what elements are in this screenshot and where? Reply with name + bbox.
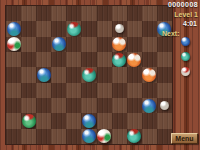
marble-white-orange[interactable]	[127, 53, 141, 67]
board-cell[interactable]	[157, 52, 172, 67]
board-cell[interactable]	[51, 98, 66, 113]
board-cell[interactable]	[81, 98, 96, 113]
board-cell[interactable]	[97, 98, 112, 113]
board-cell[interactable]	[127, 37, 142, 52]
board-cell[interactable]	[112, 52, 127, 67]
score-display: 0000008	[168, 1, 198, 9]
board-cell[interactable]	[6, 98, 21, 113]
board-cell[interactable]	[112, 113, 127, 128]
next-label: Next:	[162, 30, 180, 38]
board-cell[interactable]	[6, 67, 21, 82]
board-cell[interactable]	[36, 52, 51, 67]
board-cell[interactable]	[66, 52, 81, 67]
board-cell[interactable]	[97, 37, 112, 52]
board-cell[interactable]	[36, 98, 51, 113]
marble-small[interactable]	[160, 101, 169, 110]
marble-blue[interactable]	[7, 22, 21, 36]
board-cell[interactable]	[142, 129, 157, 144]
board-cell[interactable]	[112, 21, 127, 36]
board-cell[interactable]	[157, 83, 172, 98]
board-cell[interactable]	[112, 6, 127, 21]
board-cell[interactable]	[36, 37, 51, 52]
board-cell[interactable]	[127, 67, 142, 82]
board-cell[interactable]	[21, 83, 36, 98]
marble-teal[interactable]	[67, 22, 81, 36]
marble-blue[interactable]	[37, 68, 51, 82]
marble-blue[interactable]	[52, 37, 66, 51]
board-cell[interactable]	[97, 113, 112, 128]
board-cell[interactable]	[97, 6, 112, 21]
board-cell[interactable]	[127, 83, 142, 98]
board-cell[interactable]	[112, 129, 127, 144]
board-cell[interactable]	[6, 52, 21, 67]
board-cell[interactable]	[127, 129, 142, 144]
board-cell[interactable]	[142, 67, 157, 82]
board-cell[interactable]	[66, 129, 81, 144]
board-cell[interactable]	[157, 98, 172, 113]
board-cell[interactable]	[81, 67, 96, 82]
board-cell[interactable]	[112, 83, 127, 98]
board-cell[interactable]	[36, 83, 51, 98]
level-display: Level 1	[174, 11, 198, 19]
board-cell[interactable]	[21, 52, 36, 67]
board-cell[interactable]	[66, 83, 81, 98]
board-cell[interactable]	[97, 129, 112, 144]
board-cell[interactable]	[66, 67, 81, 82]
board-cell[interactable]	[51, 37, 66, 52]
board-cell[interactable]	[6, 21, 21, 36]
board-cell[interactable]	[6, 113, 21, 128]
marble-teal[interactable]	[127, 129, 141, 143]
board-cell[interactable]	[51, 67, 66, 82]
board-cell[interactable]	[127, 113, 142, 128]
board-cell[interactable]	[112, 67, 127, 82]
next-marble-red	[181, 67, 190, 76]
board-cell[interactable]	[142, 37, 157, 52]
marble-small[interactable]	[115, 24, 124, 33]
board-cell[interactable]	[81, 52, 96, 67]
board-cell[interactable]	[127, 6, 142, 21]
board-cell[interactable]	[21, 6, 36, 21]
board-cell[interactable]	[36, 6, 51, 21]
game-window: 0000008 Level 1 4:01 Next: Menu	[0, 0, 200, 150]
board-cell[interactable]	[51, 6, 66, 21]
board-cell[interactable]	[81, 37, 96, 52]
next-marble-blue	[181, 37, 190, 46]
board-cell[interactable]	[157, 67, 172, 82]
board-cell[interactable]	[66, 37, 81, 52]
board-cell[interactable]	[21, 37, 36, 52]
board-cell[interactable]	[51, 129, 66, 144]
board-cell[interactable]	[142, 113, 157, 128]
board-cell[interactable]	[142, 6, 157, 21]
board-cell[interactable]	[66, 21, 81, 36]
board-cell[interactable]	[21, 67, 36, 82]
board-cell[interactable]	[142, 98, 157, 113]
board-cell[interactable]	[21, 129, 36, 144]
board-cell[interactable]	[142, 52, 157, 67]
marble-white-orange[interactable]	[112, 37, 126, 51]
marble-white[interactable]	[97, 129, 111, 143]
board-cell[interactable]	[81, 113, 96, 128]
board-cell[interactable]	[6, 129, 21, 144]
marble-green[interactable]	[22, 114, 36, 128]
game-board[interactable]	[5, 5, 173, 145]
board-cell[interactable]	[81, 129, 96, 144]
board-cell[interactable]	[81, 6, 96, 21]
board-cell[interactable]	[6, 6, 21, 21]
board-cell[interactable]	[36, 21, 51, 36]
marble-blue[interactable]	[82, 114, 96, 128]
board-cell[interactable]	[112, 37, 127, 52]
board-cell[interactable]	[157, 37, 172, 52]
board-cell[interactable]	[66, 113, 81, 128]
board-cell[interactable]	[97, 67, 112, 82]
board-cell[interactable]	[157, 113, 172, 128]
board-cell[interactable]	[6, 83, 21, 98]
board-cell[interactable]	[142, 21, 157, 36]
board-cell[interactable]	[81, 83, 96, 98]
marble-white[interactable]	[7, 37, 21, 51]
marble-blue[interactable]	[142, 99, 156, 113]
board-cell[interactable]	[142, 83, 157, 98]
board-cell[interactable]	[66, 98, 81, 113]
marble-white-orange[interactable]	[142, 68, 156, 82]
board-cell[interactable]	[51, 52, 66, 67]
board-cell[interactable]	[127, 98, 142, 113]
marble-teal[interactable]	[112, 53, 126, 67]
board-cell[interactable]	[6, 37, 21, 52]
board-cell[interactable]	[21, 98, 36, 113]
board-cell[interactable]	[36, 129, 51, 144]
board-cell[interactable]	[66, 6, 81, 21]
next-marbles-preview	[181, 37, 190, 82]
marble-teal[interactable]	[82, 68, 96, 82]
board-cell[interactable]	[97, 83, 112, 98]
board-cell[interactable]	[51, 83, 66, 98]
next-marble-teal	[181, 52, 190, 61]
board-cell[interactable]	[97, 21, 112, 36]
board-cell[interactable]	[36, 67, 51, 82]
board-cell[interactable]	[51, 21, 66, 36]
board-cell[interactable]	[127, 52, 142, 67]
menu-button[interactable]: Menu	[171, 133, 198, 144]
board-cell[interactable]	[97, 52, 112, 67]
timer-display: 4:01	[183, 20, 197, 28]
board-cell[interactable]	[51, 113, 66, 128]
board-cell[interactable]	[112, 98, 127, 113]
board-cell[interactable]	[21, 113, 36, 128]
marble-blue[interactable]	[82, 129, 96, 143]
board-cell[interactable]	[36, 113, 51, 128]
board-cell[interactable]	[127, 21, 142, 36]
board-cell[interactable]	[81, 21, 96, 36]
board-cell[interactable]	[21, 21, 36, 36]
board-cell[interactable]	[157, 129, 172, 144]
